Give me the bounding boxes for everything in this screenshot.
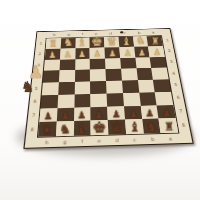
black-bishop[interactable]: ♝: [128, 120, 140, 134]
square-e6[interactable]: [90, 93, 107, 106]
square-c2[interactable]: ♟: [119, 47, 135, 58]
square-h1[interactable]: ♜: [46, 38, 61, 49]
white-pawn[interactable]: ♟: [108, 49, 116, 58]
square-d1[interactable]: ♛: [104, 37, 119, 48]
square-b4[interactable]: [136, 68, 153, 80]
white-pawn[interactable]: ♟: [93, 50, 101, 59]
rank-label: 8: [181, 123, 185, 128]
square-b5[interactable]: [137, 80, 154, 93]
square-b1[interactable]: ♞: [133, 36, 149, 46]
black-queen[interactable]: ♛: [110, 120, 123, 135]
square-d6[interactable]: [107, 93, 124, 106]
square-h5[interactable]: [42, 82, 59, 95]
file-label: b: [150, 137, 154, 142]
file-label: e: [97, 138, 101, 143]
square-g1[interactable]: ♞: [60, 38, 75, 49]
white-bishop[interactable]: ♝: [121, 36, 131, 47]
rank-label: 8: [30, 127, 34, 132]
square-g7[interactable]: ♟: [57, 107, 74, 121]
square-g6[interactable]: [57, 94, 74, 108]
square-a3[interactable]: [150, 57, 167, 69]
square-f4[interactable]: [74, 70, 90, 82]
square-f7[interactable]: ♟: [74, 107, 91, 121]
white-pawn[interactable]: ♟: [138, 48, 146, 57]
file-label: h: [53, 33, 56, 36]
rank-label: 3: [170, 60, 174, 64]
white-queen[interactable]: ♛: [106, 35, 117, 47]
rank-label: 6: [176, 96, 180, 100]
black-pawn[interactable]: ♟: [129, 110, 138, 120]
file-label: c: [133, 137, 137, 142]
square-a7[interactable]: ♟: [157, 105, 176, 119]
square-g5[interactable]: [58, 82, 74, 95]
white-knight[interactable]: ♞: [63, 38, 73, 49]
file-label: a: [152, 31, 155, 34]
square-e4[interactable]: [90, 69, 106, 81]
square-d8[interactable]: ♛: [108, 120, 126, 135]
square-c8[interactable]: ♝: [125, 119, 144, 134]
square-c7[interactable]: ♟: [124, 105, 142, 119]
square-a1[interactable]: ♜: [147, 36, 163, 46]
white-bishop[interactable]: ♝: [77, 37, 87, 48]
square-a5[interactable]: [153, 79, 171, 92]
square-h3[interactable]: [44, 59, 60, 71]
square-b3[interactable]: [135, 57, 152, 69]
square-b8[interactable]: ♞: [142, 119, 161, 134]
square-h7[interactable]: ♟: [39, 108, 57, 122]
square-f6[interactable]: [74, 94, 91, 108]
file-label: h: [45, 140, 49, 145]
rank-label: 5: [174, 83, 178, 87]
black-rook[interactable]: ♜: [164, 122, 174, 133]
file-label: a: [168, 136, 172, 141]
white-king[interactable]: ♚: [91, 34, 103, 47]
board-grid: ♜♞♝♚♛♝♞♜♟♟♟♟♟♟♟♟♟♟♟♟♟♟♟♟♜♞♝♚♛♝♞♜: [37, 35, 180, 138]
black-knight[interactable]: ♞: [146, 120, 158, 133]
square-c5[interactable]: [122, 80, 139, 93]
square-a8[interactable]: ♜: [159, 118, 178, 133]
white-knight[interactable]: ♞: [136, 36, 146, 47]
square-a4[interactable]: [151, 68, 168, 80]
white-pawn[interactable]: ♟: [153, 48, 161, 57]
chess-set-photo: hgfedcba hgfedcba 12345678 12345678 ♜♞♝♚…: [0, 0, 200, 200]
square-f3[interactable]: [75, 58, 90, 70]
square-g4[interactable]: [59, 70, 75, 82]
white-pawn[interactable]: ♟: [78, 50, 86, 59]
square-f1[interactable]: ♝: [75, 38, 90, 49]
white-rook[interactable]: ♜: [151, 37, 160, 46]
square-d3[interactable]: [105, 58, 121, 70]
rank-label: 7: [179, 109, 183, 113]
square-g2[interactable]: ♟: [60, 48, 75, 59]
square-g3[interactable]: [59, 59, 75, 71]
black-pawn[interactable]: ♟: [163, 109, 172, 119]
white-rook[interactable]: ♜: [49, 39, 58, 48]
white-pawn[interactable]: ♟: [123, 49, 131, 58]
square-e1[interactable]: ♚: [90, 37, 105, 48]
black-pawn[interactable]: ♟: [78, 111, 87, 121]
square-f2[interactable]: ♟: [75, 48, 90, 59]
square-h6[interactable]: [41, 95, 58, 109]
square-c4[interactable]: [121, 68, 138, 80]
square-e2[interactable]: ♟: [90, 47, 105, 58]
rank-label: 4: [172, 71, 176, 75]
file-label: d: [115, 138, 119, 143]
black-rook[interactable]: ♜: [42, 125, 52, 136]
rank-label: 1: [166, 39, 170, 42]
rank-label: 6: [33, 100, 37, 104]
black-pawn[interactable]: ♟: [43, 112, 52, 122]
white-pawn[interactable]: ♟: [63, 50, 71, 59]
square-h8[interactable]: ♜: [38, 122, 56, 137]
rank-label: 2: [38, 53, 41, 56]
square-e3[interactable]: [90, 58, 106, 70]
square-a6[interactable]: [155, 92, 173, 105]
rank-label: 1: [39, 42, 42, 45]
square-h4[interactable]: [43, 70, 59, 82]
square-c6[interactable]: [123, 92, 141, 105]
black-king[interactable]: ♚: [92, 119, 106, 135]
black-pawn[interactable]: ♟: [60, 111, 69, 121]
square-b2[interactable]: ♟: [134, 46, 150, 57]
board-border: hgfedcba hgfedcba 12345678 12345678 ♜♞♝♚…: [23, 28, 193, 149]
square-d2[interactable]: ♟: [104, 47, 119, 58]
square-f8[interactable]: ♝: [73, 121, 91, 136]
square-e5[interactable]: [90, 81, 106, 94]
black-pawn[interactable]: ♟: [146, 109, 155, 119]
square-d5[interactable]: [106, 81, 123, 94]
square-c1[interactable]: ♝: [118, 37, 133, 48]
rank-label: 2: [168, 49, 172, 52]
black-bishop[interactable]: ♝: [76, 122, 88, 136]
black-knight[interactable]: ♞: [59, 123, 71, 136]
chess-board[interactable]: hgfedcba hgfedcba 12345678 12345678 ♜♞♝♚…: [23, 28, 193, 149]
square-a2[interactable]: ♟: [148, 46, 164, 57]
square-f5[interactable]: [74, 81, 90, 94]
spare-dark-knight-piece[interactable]: ♞: [21, 80, 34, 95]
file-label: f: [81, 139, 83, 144]
white-pawn[interactable]: ♟: [48, 51, 56, 60]
rank-label: 5: [34, 87, 38, 91]
square-e8[interactable]: ♚: [91, 120, 109, 135]
square-c3[interactable]: [120, 57, 136, 69]
square-h2[interactable]: ♟: [45, 48, 61, 59]
square-b7[interactable]: ♟: [140, 105, 158, 119]
square-d4[interactable]: [105, 69, 121, 81]
rank-label: 7: [32, 113, 36, 117]
file-label: g: [63, 139, 67, 144]
square-g8[interactable]: ♞: [56, 121, 74, 136]
square-b6[interactable]: [139, 92, 157, 105]
